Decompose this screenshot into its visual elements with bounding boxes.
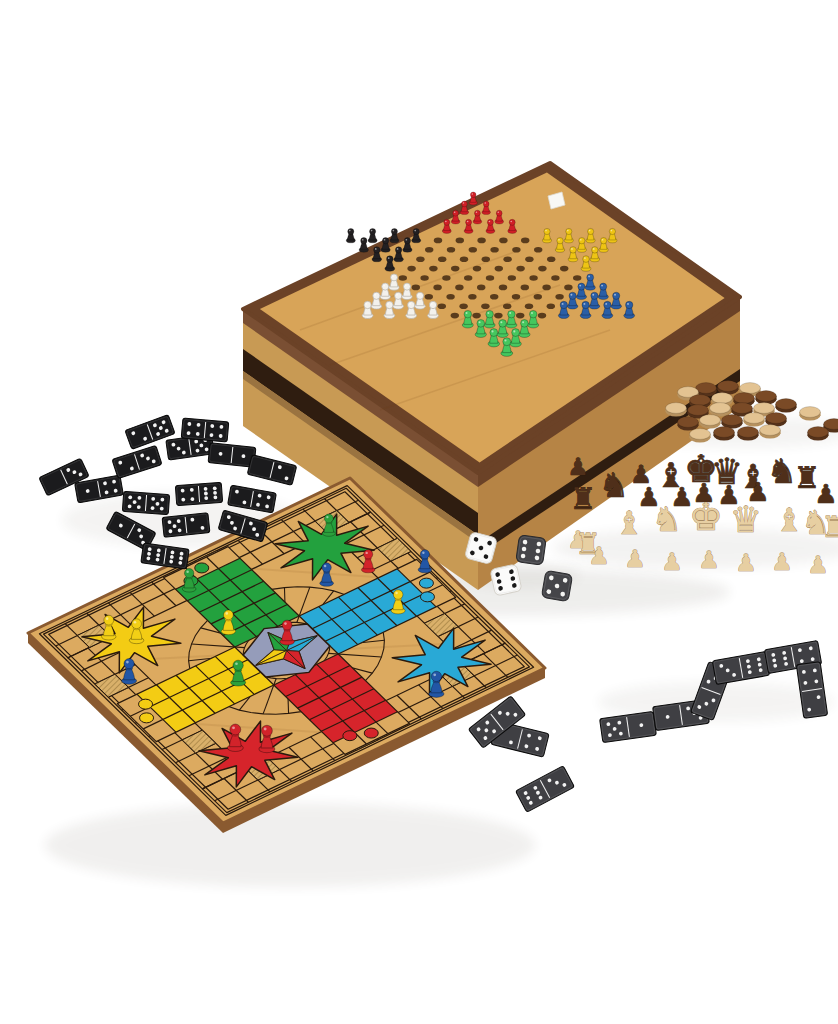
board-hole[interactable] [495, 266, 503, 272]
checker-disc[interactable] [800, 407, 821, 421]
board-hole[interactable] [407, 266, 415, 272]
board-hole[interactable] [472, 313, 480, 319]
chess-piece[interactable]: ♚ [689, 495, 723, 539]
checker-disc[interactable] [808, 427, 829, 441]
board-hole[interactable] [499, 238, 507, 244]
game-set-product-photo: ♟♚♛♞♟♝♝♜♞♟♟♟♟♟♟♜♚♞♛♝♞♝♜♟♜♟♟♟♟♟♟♟ [0, 0, 838, 1024]
board-hole[interactable] [516, 266, 524, 272]
chess-piece[interactable]: ♞ [652, 499, 682, 539]
domino[interactable] [181, 418, 229, 442]
board-hole[interactable] [455, 285, 463, 291]
board-hole[interactable] [494, 313, 502, 319]
chess-piece[interactable]: ♛ [730, 499, 762, 540]
board-hole[interactable] [512, 247, 520, 253]
board-hole[interactable] [477, 238, 485, 244]
board-hole[interactable] [529, 275, 537, 281]
board-hole[interactable] [547, 256, 555, 262]
board-hole[interactable] [438, 303, 446, 309]
board-hole[interactable] [446, 294, 454, 300]
board-hole[interactable] [442, 275, 450, 281]
board-hole[interactable] [503, 303, 511, 309]
board-hole[interactable] [555, 294, 563, 300]
board-hole[interactable] [434, 238, 442, 244]
board-hole[interactable] [521, 238, 529, 244]
die[interactable] [516, 535, 546, 565]
checker-disc[interactable] [678, 417, 699, 431]
board-hole[interactable] [499, 285, 507, 291]
board-hole[interactable] [433, 285, 441, 291]
board-hole[interactable] [429, 266, 437, 272]
board-hole[interactable] [521, 285, 529, 291]
domino[interactable] [175, 482, 222, 505]
board-hole[interactable] [560, 266, 568, 272]
board-hole[interactable] [538, 266, 546, 272]
scene-svg: ♟♚♛♞♟♝♝♜♞♟♟♟♟♟♟♜♚♞♛♝♞♝♜♟♜♟♟♟♟♟♟♟ [0, 0, 838, 1024]
board-hole[interactable] [525, 303, 533, 309]
board-hole[interactable] [420, 275, 428, 281]
board-hole[interactable] [490, 247, 498, 253]
board-hole[interactable] [512, 294, 520, 300]
board-hole[interactable] [459, 303, 467, 309]
chess-piece[interactable]: ♟ [567, 453, 589, 481]
chess-piece[interactable]: ♟ [698, 546, 720, 574]
domino[interactable] [122, 491, 169, 514]
checker-disc[interactable] [776, 399, 797, 413]
board-hole[interactable] [456, 238, 464, 244]
board-hole[interactable] [564, 285, 572, 291]
board-hole[interactable] [547, 303, 555, 309]
board-hole[interactable] [516, 313, 524, 319]
board-hole[interactable] [534, 294, 542, 300]
ludo-start-dot [420, 592, 434, 602]
board-hole[interactable] [460, 256, 468, 262]
board-hole[interactable] [469, 247, 477, 253]
board-hole[interactable] [473, 266, 481, 272]
board-hole[interactable] [525, 256, 533, 262]
board-hole[interactable] [412, 285, 420, 291]
ludo-start-dot [139, 699, 153, 709]
board-hole[interactable] [486, 275, 494, 281]
board-hole[interactable] [503, 256, 511, 262]
chess-piece[interactable]: ♟ [624, 545, 646, 573]
board-hole[interactable] [490, 294, 498, 300]
checker-disc[interactable] [738, 427, 759, 441]
chess-piece[interactable]: ♟ [661, 548, 683, 576]
board-hole[interactable] [542, 285, 550, 291]
board-hole[interactable] [425, 294, 433, 300]
board-hole[interactable] [425, 247, 433, 253]
board-hole[interactable] [573, 275, 581, 281]
board-hole[interactable] [451, 266, 459, 272]
chess-piece[interactable]: ♜ [821, 510, 838, 544]
board-hole[interactable] [508, 275, 516, 281]
chess-piece[interactable]: ♟ [588, 542, 610, 570]
checker-disc[interactable] [690, 429, 711, 443]
chess-piece[interactable]: ♝ [775, 501, 804, 539]
board-hole[interactable] [534, 247, 542, 253]
die[interactable] [490, 564, 522, 596]
board-hole[interactable] [468, 294, 476, 300]
board-hole[interactable] [482, 256, 490, 262]
board-hole[interactable] [538, 313, 546, 319]
checker-disc[interactable] [744, 413, 765, 427]
domino[interactable] [208, 443, 256, 468]
board-hole[interactable] [447, 247, 455, 253]
board-hole[interactable] [481, 303, 489, 309]
chess-piece[interactable]: ♟ [771, 548, 793, 576]
chess-piece[interactable]: ♞ [599, 465, 629, 505]
chess-piece[interactable]: ♟ [807, 551, 829, 579]
chess-piece[interactable]: ♟ [735, 549, 757, 577]
board-hole[interactable] [451, 313, 459, 319]
domino[interactable] [162, 513, 210, 538]
chess-piece[interactable]: ♝ [615, 504, 644, 542]
board-hole[interactable] [399, 275, 407, 281]
die[interactable] [541, 570, 572, 601]
checker-disc[interactable] [714, 427, 735, 441]
board-hole[interactable] [551, 275, 559, 281]
board-hole[interactable] [477, 285, 485, 291]
chess-piece[interactable]: ♜ [570, 481, 597, 516]
ludo-start-dot [343, 731, 357, 741]
board-hole[interactable] [464, 275, 472, 281]
checker-disc[interactable] [760, 425, 781, 439]
board-hole[interactable] [416, 256, 424, 262]
checker-disc[interactable] [666, 403, 687, 417]
checker-disc[interactable] [700, 415, 721, 429]
board-hole[interactable] [438, 256, 446, 262]
